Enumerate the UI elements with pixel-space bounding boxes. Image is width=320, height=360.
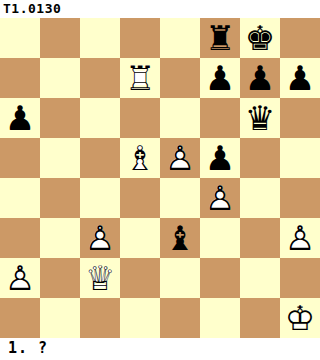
black-pawn: ♟ [200, 58, 240, 98]
square-f8[interactable]: ♜ [200, 18, 240, 58]
square-f2[interactable] [200, 258, 240, 298]
square-e5[interactable]: ♟♙ [160, 138, 200, 178]
square-a2[interactable]: ♟♙ [0, 258, 40, 298]
white-bishop-body: ♝ [120, 138, 160, 178]
square-d1[interactable] [120, 298, 160, 338]
square-h6[interactable] [280, 98, 320, 138]
square-f7[interactable]: ♟ [200, 58, 240, 98]
square-g5[interactable] [240, 138, 280, 178]
square-e8[interactable] [160, 18, 200, 58]
square-a4[interactable] [0, 178, 40, 218]
square-f1[interactable] [200, 298, 240, 338]
square-e4[interactable] [160, 178, 200, 218]
white-pawn: ♙ [200, 178, 240, 218]
square-e2[interactable] [160, 258, 200, 298]
square-d4[interactable] [120, 178, 160, 218]
square-b8[interactable] [40, 18, 80, 58]
white-pawn-body: ♟ [280, 218, 320, 258]
square-c1[interactable] [80, 298, 120, 338]
square-b3[interactable] [40, 218, 80, 258]
white-bishop: ♗ [120, 138, 160, 178]
white-pawn: ♙ [0, 258, 40, 298]
square-f6[interactable] [200, 98, 240, 138]
square-c8[interactable] [80, 18, 120, 58]
black-pawn: ♟ [240, 58, 280, 98]
black-pawn: ♟ [200, 138, 240, 178]
square-g3[interactable] [240, 218, 280, 258]
square-f4[interactable]: ♟♙ [200, 178, 240, 218]
square-f5[interactable]: ♟ [200, 138, 240, 178]
white-queen: ♕ [80, 258, 120, 298]
white-rook-body: ♜ [120, 58, 160, 98]
square-b6[interactable] [40, 98, 80, 138]
move-prompt: 1. ? [8, 339, 48, 357]
white-pawn-body: ♟ [200, 178, 240, 218]
square-c7[interactable] [80, 58, 120, 98]
black-rook: ♜ [200, 18, 240, 58]
square-d6[interactable] [120, 98, 160, 138]
square-d2[interactable] [120, 258, 160, 298]
square-g6[interactable]: ♛ [240, 98, 280, 138]
square-a8[interactable] [0, 18, 40, 58]
black-king: ♚ [240, 18, 280, 58]
square-h1[interactable]: ♚♔ [280, 298, 320, 338]
square-a7[interactable] [0, 58, 40, 98]
square-g4[interactable] [240, 178, 280, 218]
square-b5[interactable] [40, 138, 80, 178]
black-pawn: ♟ [280, 58, 320, 98]
square-c6[interactable] [80, 98, 120, 138]
square-h2[interactable] [280, 258, 320, 298]
white-pawn-body: ♟ [0, 258, 40, 298]
square-g7[interactable]: ♟ [240, 58, 280, 98]
square-e3[interactable]: ♝ [160, 218, 200, 258]
square-g1[interactable] [240, 298, 280, 338]
white-king: ♔ [280, 298, 320, 338]
black-bishop: ♝ [160, 218, 200, 258]
square-h4[interactable] [280, 178, 320, 218]
chess-board: ♜♚♜♖♟♟♟♟♛♝♗♟♙♟♟♙♟♙♝♟♙♟♙♛♕♚♔ [0, 18, 320, 338]
black-queen: ♛ [240, 98, 280, 138]
page-title: T1.0130 [3, 1, 61, 16]
square-g8[interactable]: ♚ [240, 18, 280, 58]
square-a3[interactable] [0, 218, 40, 258]
square-a6[interactable]: ♟ [0, 98, 40, 138]
square-e7[interactable] [160, 58, 200, 98]
square-h3[interactable]: ♟♙ [280, 218, 320, 258]
square-d3[interactable] [120, 218, 160, 258]
white-pawn: ♙ [160, 138, 200, 178]
white-pawn: ♙ [280, 218, 320, 258]
square-f3[interactable] [200, 218, 240, 258]
black-pawn: ♟ [0, 98, 40, 138]
square-e1[interactable] [160, 298, 200, 338]
square-h8[interactable] [280, 18, 320, 58]
square-d8[interactable] [120, 18, 160, 58]
square-c2[interactable]: ♛♕ [80, 258, 120, 298]
white-pawn-body: ♟ [160, 138, 200, 178]
square-g2[interactable] [240, 258, 280, 298]
square-a1[interactable] [0, 298, 40, 338]
square-b1[interactable] [40, 298, 80, 338]
white-rook: ♖ [120, 58, 160, 98]
square-c3[interactable]: ♟♙ [80, 218, 120, 258]
white-pawn: ♙ [80, 218, 120, 258]
white-king-body: ♚ [280, 298, 320, 338]
square-b4[interactable] [40, 178, 80, 218]
chess-puzzle-app: T1.0130 ♜♚♜♖♟♟♟♟♛♝♗♟♙♟♟♙♟♙♝♟♙♟♙♛♕♚♔ 1. ? [0, 0, 320, 360]
square-h5[interactable] [280, 138, 320, 178]
square-c4[interactable] [80, 178, 120, 218]
square-d5[interactable]: ♝♗ [120, 138, 160, 178]
square-d7[interactable]: ♜♖ [120, 58, 160, 98]
white-queen-body: ♛ [80, 258, 120, 298]
square-b2[interactable] [40, 258, 80, 298]
square-b7[interactable] [40, 58, 80, 98]
square-c5[interactable] [80, 138, 120, 178]
square-a5[interactable] [0, 138, 40, 178]
square-e6[interactable] [160, 98, 200, 138]
white-pawn-body: ♟ [80, 218, 120, 258]
square-h7[interactable]: ♟ [280, 58, 320, 98]
